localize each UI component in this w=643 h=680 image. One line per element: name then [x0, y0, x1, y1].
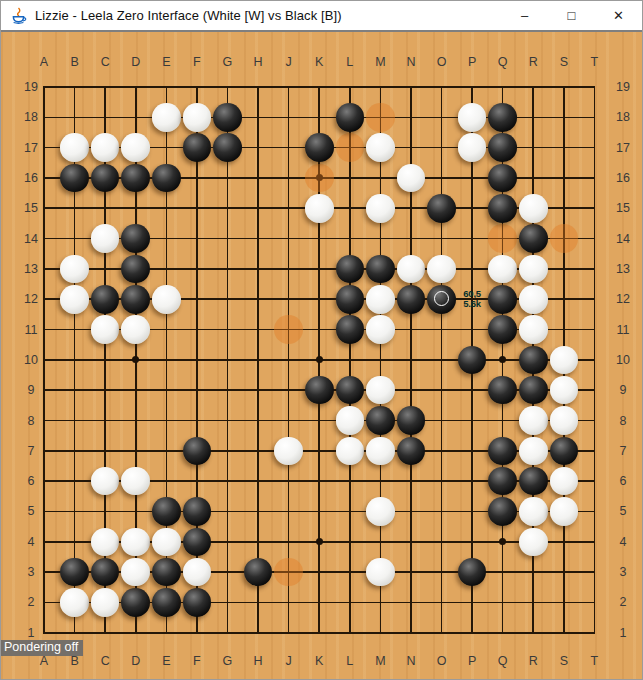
stone-black-Q17[interactable]	[488, 133, 517, 162]
grid-line-row-1	[43, 632, 595, 634]
coord-label-bottom-K: K	[315, 654, 323, 668]
stone-black-D16[interactable]	[121, 164, 150, 193]
stone-white-R12[interactable]	[519, 285, 548, 314]
coord-label-bottom-J: J	[286, 654, 292, 668]
stone-white-M17[interactable]	[366, 133, 395, 162]
coord-label-right-15: 15	[616, 201, 630, 215]
coord-label-right-12: 12	[616, 292, 630, 306]
coord-label-top-L: L	[346, 55, 353, 69]
star-point-Q10	[499, 356, 506, 363]
coord-label-bottom-P: P	[468, 654, 476, 668]
stone-black-L12[interactable]	[336, 285, 365, 314]
coord-label-top-K: K	[315, 55, 323, 69]
stone-white-E4[interactable]	[152, 528, 181, 557]
stone-black-R6[interactable]	[519, 467, 548, 496]
coord-label-top-D: D	[131, 55, 140, 69]
stone-black-Q5[interactable]	[488, 497, 517, 526]
stone-black-E2[interactable]	[152, 588, 181, 617]
best-move-visits: 5.6k	[463, 299, 481, 309]
coord-label-right-1: 1	[620, 626, 627, 640]
stone-white-C17[interactable]	[91, 133, 120, 162]
stone-black-Q7[interactable]	[488, 437, 517, 466]
stone-black-R10[interactable]	[519, 346, 548, 375]
stone-white-D11[interactable]	[121, 315, 150, 344]
stone-black-O15[interactable]	[427, 194, 456, 223]
stone-white-M5[interactable]	[366, 497, 395, 526]
coord-label-top-M: M	[375, 55, 385, 69]
coord-label-bottom-G: G	[223, 654, 233, 668]
candidate-move-J3[interactable]	[274, 558, 303, 587]
stone-black-Q18[interactable]	[488, 103, 517, 132]
coord-label-top-G: G	[223, 55, 233, 69]
stone-white-R11[interactable]	[519, 315, 548, 344]
coord-label-top-N: N	[406, 55, 415, 69]
stone-black-L13[interactable]	[336, 255, 365, 284]
stone-white-D6[interactable]	[121, 467, 150, 496]
coord-label-top-T: T	[591, 55, 599, 69]
stone-white-C14[interactable]	[91, 224, 120, 253]
stone-white-B12[interactable]	[60, 285, 89, 314]
coord-label-bottom-Q: Q	[498, 654, 508, 668]
coord-label-top-C: C	[101, 55, 110, 69]
coord-label-top-O: O	[437, 55, 447, 69]
stone-white-R7[interactable]	[519, 437, 548, 466]
coord-label-right-5: 5	[620, 504, 627, 518]
maximize-button[interactable]: □	[548, 1, 595, 30]
stone-white-S5[interactable]	[550, 497, 579, 526]
stone-white-J7[interactable]	[274, 437, 303, 466]
stone-white-E18[interactable]	[152, 103, 181, 132]
stone-black-B16[interactable]	[60, 164, 89, 193]
stone-black-K9[interactable]	[305, 376, 334, 405]
stone-white-C2[interactable]	[91, 588, 120, 617]
coord-label-left-15: 15	[24, 201, 38, 215]
coord-label-bottom-B: B	[70, 654, 78, 668]
coord-label-left-8: 8	[28, 414, 35, 428]
stone-black-Q6[interactable]	[488, 467, 517, 496]
coord-label-left-6: 6	[28, 474, 35, 488]
stone-black-S7[interactable]	[550, 437, 579, 466]
stone-white-M7[interactable]	[366, 437, 395, 466]
stone-black-D12[interactable]	[121, 285, 150, 314]
coord-label-bottom-A: A	[40, 654, 48, 668]
grid-line-col-T	[594, 86, 596, 633]
stone-black-D2[interactable]	[121, 588, 150, 617]
stone-white-R5[interactable]	[519, 497, 548, 526]
stone-black-F5[interactable]	[183, 497, 212, 526]
coord-label-bottom-O: O	[437, 654, 447, 668]
coord-label-left-9: 9	[28, 383, 35, 397]
candidate-move-Q14[interactable]	[488, 224, 517, 253]
stone-black-Q16[interactable]	[488, 164, 517, 193]
stone-black-L11[interactable]	[336, 315, 365, 344]
candidate-move-K16[interactable]	[305, 164, 334, 193]
stone-white-D3[interactable]	[121, 558, 150, 587]
stone-black-L9[interactable]	[336, 376, 365, 405]
stone-white-C4[interactable]	[91, 528, 120, 557]
stone-black-N7[interactable]	[397, 437, 426, 466]
coord-label-bottom-M: M	[375, 654, 385, 668]
coord-label-right-16: 16	[616, 171, 630, 185]
stone-black-O12[interactable]	[427, 285, 456, 314]
coord-label-top-H: H	[254, 55, 263, 69]
coord-label-top-A: A	[40, 55, 48, 69]
stone-black-N8[interactable]	[397, 406, 426, 435]
stone-black-F4[interactable]	[183, 528, 212, 557]
stone-black-R14[interactable]	[519, 224, 548, 253]
coord-label-bottom-D: D	[131, 654, 140, 668]
coord-label-top-R: R	[529, 55, 538, 69]
stone-black-M13[interactable]	[366, 255, 395, 284]
stone-white-M3[interactable]	[366, 558, 395, 587]
stone-black-P3[interactable]	[458, 558, 487, 587]
stone-white-M9[interactable]	[366, 376, 395, 405]
stone-black-M8[interactable]	[366, 406, 395, 435]
coord-label-left-16: 16	[24, 171, 38, 185]
coord-label-right-8: 8	[620, 414, 627, 428]
coord-label-right-3: 3	[620, 565, 627, 579]
coord-label-bottom-F: F	[193, 654, 201, 668]
coord-label-left-14: 14	[24, 232, 38, 246]
coord-label-right-10: 10	[616, 353, 630, 367]
stone-white-P17[interactable]	[458, 133, 487, 162]
grid-line-col-M	[380, 86, 382, 633]
coord-label-right-17: 17	[616, 141, 630, 155]
stone-black-E16[interactable]	[152, 164, 181, 193]
coord-label-bottom-S: S	[560, 654, 568, 668]
coord-label-left-4: 4	[28, 535, 35, 549]
stone-black-P10[interactable]	[458, 346, 487, 375]
stone-white-N13[interactable]	[397, 255, 426, 284]
coord-label-left-17: 17	[24, 141, 38, 155]
coord-label-right-11: 11	[617, 323, 630, 337]
best-move-suggestion-P12[interactable]: 60,55.6k	[458, 285, 487, 314]
stone-white-M15[interactable]	[366, 194, 395, 223]
star-point-Q4	[499, 538, 506, 545]
stone-black-R9[interactable]	[519, 376, 548, 405]
stone-white-K15[interactable]	[305, 194, 334, 223]
coord-label-left-12: 12	[24, 292, 38, 306]
stone-white-C6[interactable]	[91, 467, 120, 496]
coord-label-bottom-C: C	[101, 654, 110, 668]
stone-black-E5[interactable]	[152, 497, 181, 526]
coord-label-right-4: 4	[620, 535, 627, 549]
coord-label-left-5: 5	[28, 504, 35, 518]
coord-label-right-18: 18	[616, 110, 630, 124]
stone-white-F18[interactable]	[183, 103, 212, 132]
stone-white-L7[interactable]	[336, 437, 365, 466]
stone-white-S10[interactable]	[550, 346, 579, 375]
stone-white-L8[interactable]	[336, 406, 365, 435]
candidate-move-M18[interactable]	[366, 103, 395, 132]
coord-label-top-E: E	[162, 55, 170, 69]
coord-label-bottom-T: T	[591, 654, 599, 668]
coord-label-top-F: F	[193, 55, 201, 69]
coord-label-right-19: 19	[616, 80, 630, 94]
window-title: Lizzie - Leela Zero Interface (White [W]…	[35, 8, 342, 23]
stone-white-S8[interactable]	[550, 406, 579, 435]
stone-black-C12[interactable]	[91, 285, 120, 314]
stone-black-Q15[interactable]	[488, 194, 517, 223]
title-bar: Lizzie - Leela Zero Interface (White [W]…	[1, 1, 642, 32]
stone-white-C11[interactable]	[91, 315, 120, 344]
stone-white-R4[interactable]	[519, 528, 548, 557]
coord-label-bottom-L: L	[346, 654, 353, 668]
lizzie-window: Lizzie - Leela Zero Interface (White [W]…	[0, 0, 643, 680]
stone-white-N16[interactable]	[397, 164, 426, 193]
candidate-move-S14[interactable]	[550, 224, 579, 253]
stone-white-S9[interactable]	[550, 376, 579, 405]
coord-label-bottom-R: R	[529, 654, 538, 668]
coord-label-left-11: 11	[25, 323, 38, 337]
coord-label-bottom-E: E	[162, 654, 170, 668]
stone-black-K17[interactable]	[305, 133, 334, 162]
last-move-marker	[434, 291, 449, 306]
stone-black-C3[interactable]	[91, 558, 120, 587]
stone-black-F7[interactable]	[183, 437, 212, 466]
stone-black-G18[interactable]	[213, 103, 242, 132]
close-button[interactable]: ✕	[595, 1, 642, 30]
coord-label-top-S: S	[560, 55, 568, 69]
grid-line-col-L	[349, 86, 351, 633]
stone-white-B17[interactable]	[60, 133, 89, 162]
stone-white-O13[interactable]	[427, 255, 456, 284]
minimize-button[interactable]: –	[501, 1, 548, 30]
grid-line-row-8	[43, 420, 595, 422]
stone-black-B3[interactable]	[60, 558, 89, 587]
stone-white-R15[interactable]	[519, 194, 548, 223]
coord-label-right-14: 14	[616, 232, 630, 246]
stone-white-E12[interactable]	[152, 285, 181, 314]
coord-label-left-18: 18	[24, 110, 38, 124]
coord-label-right-7: 7	[620, 444, 627, 458]
stone-black-G17[interactable]	[213, 133, 242, 162]
coord-label-top-B: B	[70, 55, 78, 69]
stone-black-Q9[interactable]	[488, 376, 517, 405]
java-coffee-icon	[10, 7, 27, 24]
coord-label-right-6: 6	[620, 474, 627, 488]
coord-label-top-J: J	[286, 55, 292, 69]
stone-white-B13[interactable]	[60, 255, 89, 284]
stone-white-D4[interactable]	[121, 528, 150, 557]
stone-black-F17[interactable]	[183, 133, 212, 162]
window-controls: – □ ✕	[501, 1, 642, 30]
stone-black-Q12[interactable]	[488, 285, 517, 314]
stone-white-M11[interactable]	[366, 315, 395, 344]
candidate-move-J11[interactable]	[274, 315, 303, 344]
star-point-K10	[316, 356, 323, 363]
coord-label-right-9: 9	[620, 383, 627, 397]
stone-white-F3[interactable]	[183, 558, 212, 587]
stone-black-C16[interactable]	[91, 164, 120, 193]
candidate-move-L17[interactable]	[336, 133, 365, 162]
goban[interactable]: Pondering off AA1919BB1818CC1717DD1616EE…	[1, 32, 643, 680]
stone-black-E3[interactable]	[152, 558, 181, 587]
stone-black-Q11[interactable]	[488, 315, 517, 344]
coord-label-right-13: 13	[616, 262, 630, 276]
coord-label-left-2: 2	[28, 595, 35, 609]
stone-black-L18[interactable]	[336, 103, 365, 132]
coord-label-top-P: P	[468, 55, 476, 69]
coord-label-left-10: 10	[24, 353, 38, 367]
stone-black-F2[interactable]	[183, 588, 212, 617]
stone-white-B2[interactable]	[60, 588, 89, 617]
stone-white-D17[interactable]	[121, 133, 150, 162]
coord-label-left-1: 1	[28, 626, 35, 640]
stone-white-Q13[interactable]	[488, 255, 517, 284]
coord-label-bottom-N: N	[406, 654, 415, 668]
star-point-K4	[316, 538, 323, 545]
stone-black-N12[interactable]	[397, 285, 426, 314]
stone-white-R8[interactable]	[519, 406, 548, 435]
coord-label-right-2: 2	[620, 595, 627, 609]
coord-label-top-Q: Q	[498, 55, 508, 69]
coord-label-bottom-H: H	[254, 654, 263, 668]
grid-line-col-O	[441, 86, 443, 633]
stone-black-H3[interactable]	[244, 558, 273, 587]
coord-label-left-13: 13	[24, 262, 38, 276]
stone-white-P18[interactable]	[458, 103, 487, 132]
stone-white-M12[interactable]	[366, 285, 395, 314]
star-point-D10	[132, 356, 139, 363]
coord-label-left-3: 3	[28, 565, 35, 579]
coord-label-left-19: 19	[24, 80, 38, 94]
stone-black-D13[interactable]	[121, 255, 150, 284]
stone-white-S6[interactable]	[550, 467, 579, 496]
stone-black-D14[interactable]	[121, 224, 150, 253]
stone-white-R13[interactable]	[519, 255, 548, 284]
coord-label-left-7: 7	[28, 444, 35, 458]
